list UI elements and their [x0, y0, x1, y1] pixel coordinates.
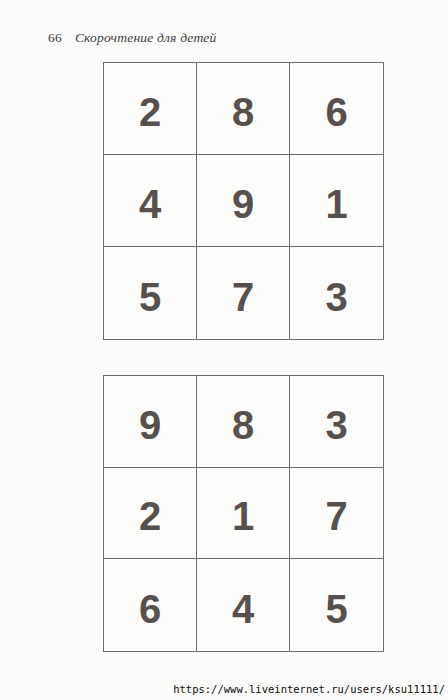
grid-cell: 8: [197, 63, 290, 155]
grid-cell: 6: [104, 559, 197, 651]
grid-cell: 8: [197, 376, 290, 468]
grid-cell: 1: [290, 155, 383, 247]
page-header: 66 Скорочтение для детей: [48, 30, 216, 46]
grid-cell: 2: [104, 63, 197, 155]
grid-cell: 9: [197, 155, 290, 247]
grid-cell: 5: [104, 247, 197, 339]
number-grid-2: 9 8 3 2 1 7 6 4 5: [103, 375, 384, 652]
footer-url: https://www.liveinternet.ru/users/ksu111…: [173, 683, 445, 695]
grid-cell: 3: [290, 376, 383, 468]
grid-cell: 3: [290, 247, 383, 339]
page-number: 66: [48, 30, 62, 46]
grid-cell: 6: [290, 63, 383, 155]
number-grid-1: 2 8 6 4 9 1 5 7 3: [103, 62, 384, 340]
grid-cell: 2: [104, 468, 197, 560]
grid-cell: 1: [197, 468, 290, 560]
grid-cell: 7: [290, 468, 383, 560]
grid-cell: 4: [197, 559, 290, 651]
grid-cell: 9: [104, 376, 197, 468]
grid-cell: 4: [104, 155, 197, 247]
running-title: Скорочтение для детей: [75, 30, 217, 46]
grid-cell: 5: [290, 559, 383, 651]
grid-cell: 7: [197, 247, 290, 339]
